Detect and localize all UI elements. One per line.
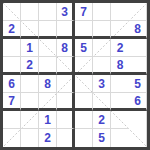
cell-r8c1-empty[interactable] <box>3 129 21 147</box>
cell-r5c6-given: 3 <box>93 75 111 93</box>
cell-r5c3-given: 8 <box>39 75 57 93</box>
cell-r3c2-given: 1 <box>21 39 39 57</box>
cell-r1c5-given: 7 <box>75 3 93 21</box>
cell-r1c6-empty[interactable] <box>93 3 111 21</box>
cell-r3c3-empty[interactable] <box>39 39 57 57</box>
cell-r6c2-empty[interactable] <box>21 93 39 111</box>
cell-r2c3-empty[interactable] <box>39 21 57 39</box>
cell-r2c7-empty[interactable] <box>111 21 129 39</box>
cell-r6c7-empty[interactable] <box>111 93 129 111</box>
cell-r3c4-given: 8 <box>57 39 75 57</box>
cell-r6c8-given: 6 <box>129 93 147 111</box>
cell-r4c8-empty[interactable] <box>129 57 147 75</box>
cell-r4c1-empty[interactable] <box>3 57 21 75</box>
cell-r5c7-empty[interactable] <box>111 75 129 93</box>
cell-r1c1-empty[interactable] <box>3 3 21 21</box>
cell-r3c5-given: 5 <box>75 39 93 57</box>
cell-r2c5-empty[interactable] <box>75 21 93 39</box>
cell-r4c5-empty[interactable] <box>75 57 93 75</box>
cell-r8c3-given: 2 <box>39 129 57 147</box>
cell-r7c4-empty[interactable] <box>57 111 75 129</box>
cell-r7c2-empty[interactable] <box>21 111 39 129</box>
cell-r5c2-empty[interactable] <box>21 75 39 93</box>
cell-r8c7-empty[interactable] <box>111 129 129 147</box>
sudoku-board: 37281852286835761225 <box>0 0 150 150</box>
cell-r8c6-given: 5 <box>93 129 111 147</box>
cell-r7c1-empty[interactable] <box>3 111 21 129</box>
cell-r4c2-given: 2 <box>21 57 39 75</box>
cell-r4c4-empty[interactable] <box>57 57 75 75</box>
cell-r7c3-given: 1 <box>39 111 57 129</box>
cell-r1c7-empty[interactable] <box>111 3 129 21</box>
cell-r1c8-empty[interactable] <box>129 3 147 21</box>
cell-r8c5-empty[interactable] <box>75 129 93 147</box>
cell-r7c7-empty[interactable] <box>111 111 129 129</box>
cell-r5c8-given: 5 <box>129 75 147 93</box>
cell-r2c6-empty[interactable] <box>93 21 111 39</box>
cell-r8c2-empty[interactable] <box>21 129 39 147</box>
cell-r5c4-empty[interactable] <box>57 75 75 93</box>
cell-r5c5-empty[interactable] <box>75 75 93 93</box>
cell-r8c8-empty[interactable] <box>129 129 147 147</box>
cell-r1c2-empty[interactable] <box>21 3 39 21</box>
cell-r2c1-given: 2 <box>3 21 21 39</box>
cell-r6c5-empty[interactable] <box>75 93 93 111</box>
cell-r2c2-empty[interactable] <box>21 21 39 39</box>
cell-r7c5-empty[interactable] <box>75 111 93 129</box>
cell-r4c6-empty[interactable] <box>93 57 111 75</box>
cell-r7c6-given: 2 <box>93 111 111 129</box>
cell-r4c7-given: 8 <box>111 57 129 75</box>
cell-r6c3-empty[interactable] <box>39 93 57 111</box>
cell-r3c1-empty[interactable] <box>3 39 21 57</box>
cell-r3c7-given: 2 <box>111 39 129 57</box>
cell-r8c4-empty[interactable] <box>57 129 75 147</box>
cell-r3c8-empty[interactable] <box>129 39 147 57</box>
cell-r4c3-empty[interactable] <box>39 57 57 75</box>
cell-r7c8-empty[interactable] <box>129 111 147 129</box>
cell-r1c4-given: 3 <box>57 3 75 21</box>
cell-r6c4-empty[interactable] <box>57 93 75 111</box>
cell-r5c1-given: 6 <box>3 75 21 93</box>
cell-r1c3-empty[interactable] <box>39 3 57 21</box>
cell-r6c6-empty[interactable] <box>93 93 111 111</box>
cell-r2c4-empty[interactable] <box>57 21 75 39</box>
sudoku-page: 37281852286835761225 <box>0 0 150 150</box>
cell-r2c8-given: 8 <box>129 21 147 39</box>
cell-r3c6-empty[interactable] <box>93 39 111 57</box>
cell-r6c1-given: 7 <box>3 93 21 111</box>
